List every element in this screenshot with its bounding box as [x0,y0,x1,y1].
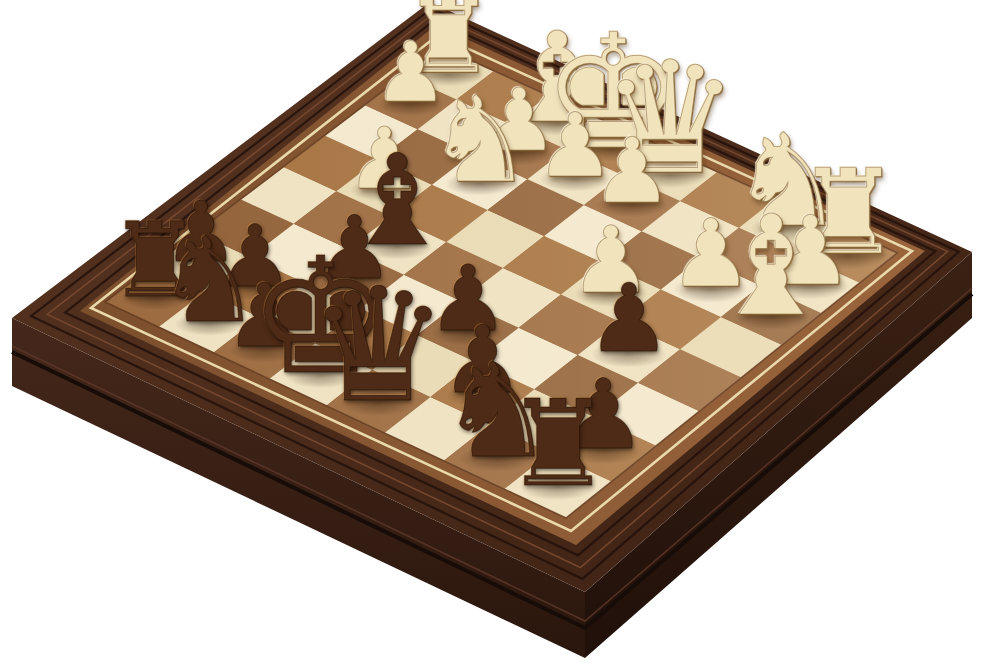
white-pawn-d2[interactable]: ♟ [592,126,673,216]
black-pawn-b5[interactable]: ♟ [587,272,671,366]
black-queen-d8[interactable]: ♛ [308,267,449,424]
piece-layer: ♜♟♝♚♟♛♟♞♟♟♞♝♜♟♟♟♟♟♟♜♝♞♟♟♟♚♟♛♟♞♜ [0,0,984,663]
black-rook-a8[interactable]: ♜ [505,384,612,503]
chess-set-photo: ♜♟♝♚♟♛♟♞♟♟♞♝♜♟♟♟♟♟♟♜♝♞♟♟♟♚♟♛♟♞♜ Wooden c… [0,0,984,663]
white-bishop-a3[interactable]: ♝ [709,198,833,336]
